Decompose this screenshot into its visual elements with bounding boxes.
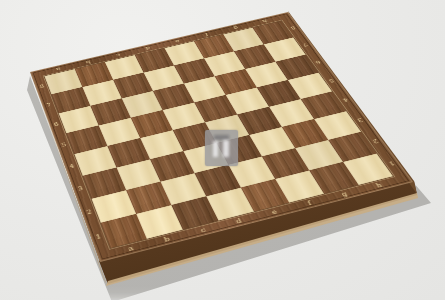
watermark-glyph-bar: [223, 140, 229, 157]
product-photo-scene: abcdefgh abcdefgh 87654321 87654321: [0, 0, 445, 300]
watermark-logo: [205, 130, 238, 166]
watermark-glyph-bar: [213, 141, 218, 157]
